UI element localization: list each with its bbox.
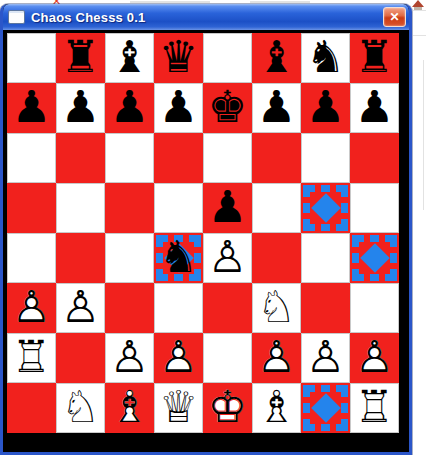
square-b6[interactable] (56, 133, 105, 183)
square-e8[interactable] (203, 33, 252, 83)
square-f2[interactable]: ♟♙ (252, 333, 301, 383)
square-a6[interactable] (7, 133, 56, 183)
background-line (423, 60, 424, 210)
titlebar[interactable]: Chaos Chesss 0.1 ✕ (3, 4, 409, 30)
chaos-diamond-icon (360, 243, 390, 273)
square-g6[interactable] (301, 133, 350, 183)
square-h8[interactable]: ♜ (350, 33, 399, 83)
square-b8[interactable]: ♜ (56, 33, 105, 83)
square-d6[interactable] (154, 133, 203, 183)
piece-black-pawn[interactable]: ♟ (350, 83, 399, 133)
square-c6[interactable] (105, 133, 154, 183)
square-f7[interactable]: ♟ (252, 83, 301, 133)
square-d2[interactable]: ♟♙ (154, 333, 203, 383)
piece-black-rook[interactable]: ♜ (56, 33, 105, 83)
square-d1[interactable]: ♛♕ (154, 383, 203, 433)
piece-black-queen[interactable]: ♛ (154, 33, 203, 83)
square-d4[interactable]: ♞ (154, 233, 203, 283)
square-f1[interactable]: ♝♗ (252, 383, 301, 433)
piece-white-bishop[interactable]: ♝♗ (105, 383, 154, 433)
square-b1[interactable]: ♞♘ (56, 383, 105, 433)
square-d5[interactable] (154, 183, 203, 233)
square-h3[interactable] (350, 283, 399, 333)
piece-white-queen[interactable]: ♛♕ (154, 383, 203, 433)
chaos-diamond-icon (311, 393, 341, 423)
piece-black-knight[interactable]: ♞ (301, 33, 350, 83)
piece-black-rook[interactable]: ♜ (350, 33, 399, 83)
piece-white-pawn[interactable]: ♟♙ (7, 283, 56, 333)
square-e4[interactable]: ♟♙ (203, 233, 252, 283)
piece-white-pawn[interactable]: ♟♙ (301, 333, 350, 383)
square-e7[interactable]: ♚ (203, 83, 252, 133)
square-c5[interactable] (105, 183, 154, 233)
background-line (413, 35, 426, 36)
square-c4[interactable] (105, 233, 154, 283)
square-a8[interactable] (7, 33, 56, 83)
chaos-marker (352, 235, 397, 281)
square-h2[interactable]: ♟♙ (350, 333, 399, 383)
square-e2[interactable] (203, 333, 252, 383)
square-a4[interactable] (7, 233, 56, 283)
piece-white-knight[interactable]: ♞♘ (252, 283, 301, 333)
close-button[interactable]: ✕ (383, 7, 406, 27)
square-e3[interactable] (203, 283, 252, 333)
piece-white-king[interactable]: ♚♔ (203, 383, 252, 433)
square-h1[interactable]: ♜♖ (350, 383, 399, 433)
square-e6[interactable] (203, 133, 252, 183)
square-f6[interactable] (252, 133, 301, 183)
square-c8[interactable]: ♝ (105, 33, 154, 83)
square-g3[interactable] (301, 283, 350, 333)
square-g5[interactable] (301, 183, 350, 233)
piece-white-bishop[interactable]: ♝♗ (252, 383, 301, 433)
chaos-marker (303, 185, 348, 231)
background-toolbar-line (130, 1, 210, 3)
square-d3[interactable] (154, 283, 203, 333)
piece-black-king[interactable]: ♚ (203, 83, 252, 133)
piece-black-pawn[interactable]: ♟ (252, 83, 301, 133)
background-line (413, 10, 426, 11)
square-g8[interactable]: ♞ (301, 33, 350, 83)
square-h4[interactable] (350, 233, 399, 283)
square-c2[interactable]: ♟♙ (105, 333, 154, 383)
piece-black-bishop[interactable]: ♝ (105, 33, 154, 83)
square-a2[interactable]: ♜♖ (7, 333, 56, 383)
piece-black-pawn[interactable]: ♟ (203, 183, 252, 233)
piece-black-pawn[interactable]: ♟ (154, 83, 203, 133)
piece-black-knight[interactable]: ♞ (154, 233, 203, 283)
square-a3[interactable]: ♟♙ (7, 283, 56, 333)
square-b3[interactable]: ♟♙ (56, 283, 105, 333)
piece-white-pawn[interactable]: ♟♙ (203, 233, 252, 283)
square-d8[interactable]: ♛ (154, 33, 203, 83)
square-g4[interactable] (301, 233, 350, 283)
background-toolbar-line (250, 1, 310, 3)
chaos-diamond-icon (311, 193, 341, 223)
square-a1[interactable] (7, 383, 56, 433)
square-c3[interactable] (105, 283, 154, 333)
piece-white-pawn[interactable]: ♟♙ (105, 333, 154, 383)
square-h5[interactable] (350, 183, 399, 233)
chess-board: ♜♝♛♝♞♜♟♟♟♟♚♟♟♟♟♞♟♙♟♙♟♙♞♘♜♖♟♙♟♙♟♙♟♙♟♙♞♘♝♗… (7, 33, 399, 433)
square-h7[interactable]: ♟ (350, 83, 399, 133)
app-window: Chaos Chesss 0.1 ✕ ♜♝♛♝♞♜♟♟♟♟♚♟♟♟♟♞♟♙♟♙♟… (0, 4, 412, 455)
piece-black-pawn[interactable]: ♟ (105, 83, 154, 133)
piece-black-pawn[interactable]: ♟ (56, 83, 105, 133)
square-a5[interactable] (7, 183, 56, 233)
piece-white-pawn[interactable]: ♟♙ (56, 283, 105, 333)
square-d7[interactable]: ♟ (154, 83, 203, 133)
square-a7[interactable]: ♟ (7, 83, 56, 133)
piece-white-pawn[interactable]: ♟♙ (350, 333, 399, 383)
window-title: Chaos Chesss 0.1 (31, 10, 145, 25)
square-f3[interactable]: ♞♘ (252, 283, 301, 333)
piece-white-pawn[interactable]: ♟♙ (154, 333, 203, 383)
square-b7[interactable]: ♟ (56, 83, 105, 133)
square-h6[interactable] (350, 133, 399, 183)
square-f4[interactable] (252, 233, 301, 283)
square-e5[interactable]: ♟ (203, 183, 252, 233)
square-g1[interactable] (301, 383, 350, 433)
chaos-marker (303, 385, 348, 431)
piece-black-pawn[interactable]: ♟ (7, 83, 56, 133)
square-g2[interactable]: ♟♙ (301, 333, 350, 383)
window-icon (8, 10, 25, 24)
square-f8[interactable]: ♝ (252, 33, 301, 83)
square-b2[interactable] (56, 333, 105, 383)
square-c7[interactable]: ♟ (105, 83, 154, 133)
piece-black-bishop[interactable]: ♝ (252, 33, 301, 83)
piece-white-pawn[interactable]: ♟♙ (252, 333, 301, 383)
background-home-icon (412, 0, 424, 10)
square-g7[interactable]: ♟ (301, 83, 350, 133)
square-b4[interactable] (56, 233, 105, 283)
piece-white-rook[interactable]: ♜♖ (7, 333, 56, 383)
square-e1[interactable]: ♚♔ (203, 383, 252, 433)
piece-white-rook[interactable]: ♜♖ (350, 383, 399, 433)
square-c1[interactable]: ♝♗ (105, 383, 154, 433)
square-f5[interactable] (252, 183, 301, 233)
client-area: ♜♝♛♝♞♜♟♟♟♟♚♟♟♟♟♞♟♙♟♙♟♙♞♘♜♖♟♙♟♙♟♙♟♙♟♙♞♘♝♗… (3, 30, 409, 433)
piece-black-pawn[interactable]: ♟ (301, 83, 350, 133)
square-b5[interactable] (56, 183, 105, 233)
piece-white-knight[interactable]: ♞♘ (56, 383, 105, 433)
